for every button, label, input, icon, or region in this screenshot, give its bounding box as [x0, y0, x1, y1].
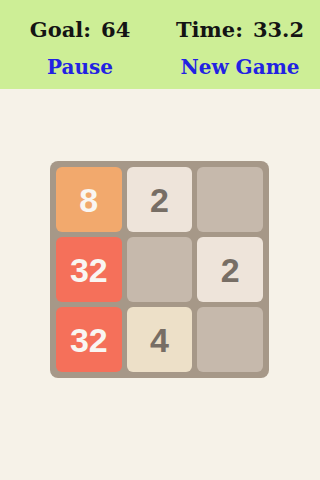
empty-cell [197, 307, 263, 372]
tile-4: 4 [127, 307, 193, 372]
pause-button[interactable]: Pause [47, 55, 113, 79]
goal-label: Goal: [30, 17, 91, 42]
time-stat: Time: 33.2 [160, 17, 320, 42]
board[interactable]: 82322324 [50, 161, 269, 378]
tile-8: 8 [56, 167, 122, 232]
empty-cell [197, 167, 263, 232]
tile-32: 32 [56, 307, 122, 372]
tile-2: 2 [127, 167, 193, 232]
tile-2: 2 [197, 237, 263, 302]
goal-value: 64 [101, 17, 130, 42]
goal-stat: Goal: 64 [0, 17, 160, 42]
empty-cell [127, 237, 193, 302]
time-value: 33.2 [253, 17, 304, 42]
buttons-row: Pause New Game [0, 42, 320, 79]
time-label: Time: [176, 17, 243, 42]
tile-32: 32 [56, 237, 122, 302]
header-bar: Goal: 64 Time: 33.2 Pause New Game [0, 0, 320, 89]
new-game-button[interactable]: New Game [180, 55, 299, 79]
stats-row: Goal: 64 Time: 33.2 [0, 0, 320, 42]
game-screen: Goal: 64 Time: 33.2 Pause New Game 82322… [0, 0, 320, 480]
